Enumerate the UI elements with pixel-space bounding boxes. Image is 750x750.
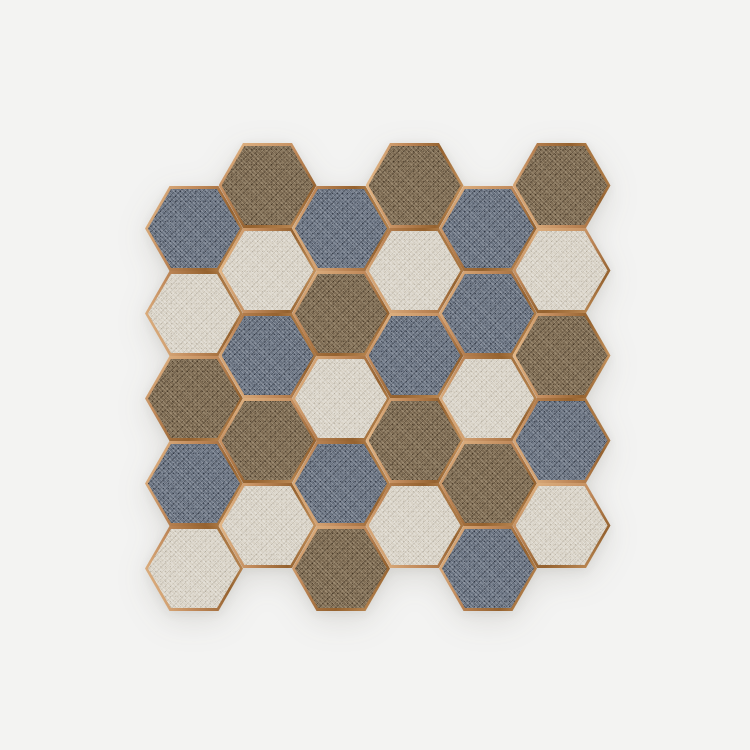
product-photo-canvas	[0, 0, 750, 750]
brown-linen-hex-face	[295, 274, 387, 353]
cream-linen-hex-face	[516, 231, 608, 310]
cream-linen-hex-face	[369, 486, 461, 565]
blue-linen-hex-face	[295, 444, 387, 523]
cream-linen-hex-face	[295, 359, 387, 438]
blue-linen-hex-face	[148, 444, 240, 523]
brown-linen-hex-face	[516, 146, 608, 225]
blue-linen-hex-face	[222, 316, 314, 395]
cream-linen-hex-face	[148, 274, 240, 353]
blue-linen-hex-face	[442, 274, 534, 353]
brown-linen-hex-face	[222, 401, 314, 480]
blue-linen-hex-face	[442, 189, 534, 268]
cream-linen-hex-face	[442, 359, 534, 438]
cream-linen-hex-face	[369, 231, 461, 310]
brown-linen-hex-face	[369, 401, 461, 480]
brown-linen-hex-face	[295, 529, 387, 608]
blue-linen-hex-face	[148, 189, 240, 268]
blue-linen-hex-face	[516, 401, 608, 480]
cream-linen-hex-face	[148, 529, 240, 608]
brown-linen-hex-face	[148, 359, 240, 438]
cream-linen-hex-face	[222, 231, 314, 310]
cream-linen-hex-face	[516, 486, 608, 565]
brown-linen-hex-face	[222, 146, 314, 225]
cream-linen-hex-face	[222, 486, 314, 565]
blue-linen-hex-face	[295, 189, 387, 268]
blue-linen-hex-face	[442, 529, 534, 608]
blue-linen-hex-face	[369, 316, 461, 395]
brown-linen-hex-face	[516, 316, 608, 395]
brown-linen-hex-face	[442, 444, 534, 523]
brown-linen-hex-face	[369, 146, 461, 225]
hex-mosaic-tile-sheet	[145, 143, 611, 611]
